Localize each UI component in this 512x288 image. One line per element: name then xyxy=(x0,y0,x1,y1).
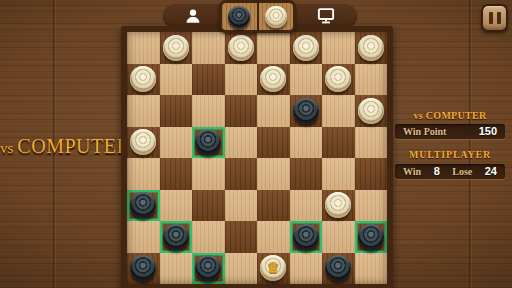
square-r2c1[interactable] xyxy=(160,95,193,127)
square-r2c5[interactable] xyxy=(290,95,323,127)
black-piece[interactable] xyxy=(130,255,156,281)
black-piece[interactable] xyxy=(358,224,384,250)
square-r0c5[interactable] xyxy=(290,32,323,64)
square-r6c3[interactable] xyxy=(225,221,258,253)
stats-panel: vs COMPUTER Win Point 150 MULTIPLAYER Wi… xyxy=(395,110,505,179)
square-r0c1[interactable] xyxy=(160,32,193,64)
game-screen: vs COMPUTER ♛ vs COMPUTER Win Point 150 … xyxy=(0,0,512,288)
white-piece[interactable] xyxy=(358,35,384,61)
square-r6c0 xyxy=(127,221,160,253)
square-r3c0[interactable] xyxy=(127,127,160,159)
person-icon xyxy=(184,7,202,25)
square-r6c5[interactable] xyxy=(290,221,323,253)
white-piece[interactable] xyxy=(130,129,156,155)
square-r2c0 xyxy=(127,95,160,127)
pause-button[interactable] xyxy=(481,4,508,32)
win-point-bar: Win Point 150 xyxy=(395,124,505,139)
black-piece[interactable] xyxy=(163,224,189,250)
square-r7c6[interactable] xyxy=(322,253,355,285)
square-r6c6 xyxy=(322,221,355,253)
white-piece[interactable] xyxy=(293,35,319,61)
vs-computer-title: vs COMPUTER xyxy=(395,110,505,122)
square-r3c6[interactable] xyxy=(322,127,355,159)
square-r4c2 xyxy=(192,158,225,190)
square-r7c4[interactable]: ♛ xyxy=(257,253,290,285)
square-r3c7 xyxy=(355,127,388,159)
square-r2c4 xyxy=(257,95,290,127)
square-r1c4[interactable] xyxy=(257,64,290,96)
monitor-icon xyxy=(316,6,336,25)
square-r5c1 xyxy=(160,190,193,222)
square-r7c2[interactable] xyxy=(192,253,225,285)
square-r1c2[interactable] xyxy=(192,64,225,96)
square-r2c7[interactable] xyxy=(355,95,388,127)
square-r0c2 xyxy=(192,32,225,64)
lose-value: 24 xyxy=(485,164,497,179)
square-r3c1 xyxy=(160,127,193,159)
square-r7c7 xyxy=(355,253,388,285)
white-piece[interactable] xyxy=(325,192,351,218)
square-r1c0[interactable] xyxy=(127,64,160,96)
square-r6c7[interactable] xyxy=(355,221,388,253)
square-r5c7 xyxy=(355,190,388,222)
square-r5c4[interactable] xyxy=(257,190,290,222)
square-r6c1[interactable] xyxy=(160,221,193,253)
square-r2c6 xyxy=(322,95,355,127)
square-r0c4 xyxy=(257,32,290,64)
square-r2c2 xyxy=(192,95,225,127)
square-r5c3 xyxy=(225,190,258,222)
white-piece xyxy=(265,6,287,28)
king-crown-icon: ♛ xyxy=(260,255,286,281)
square-r7c3 xyxy=(225,253,258,285)
square-r4c5[interactable] xyxy=(290,158,323,190)
white-piece[interactable] xyxy=(358,98,384,124)
square-r4c4 xyxy=(257,158,290,190)
board-grid: ♛ xyxy=(127,32,387,284)
turn-piece-panel xyxy=(219,0,296,33)
win-label: Win xyxy=(403,164,421,179)
turn-piece-white xyxy=(257,3,294,30)
white-piece[interactable] xyxy=(228,35,254,61)
turn-piece-black xyxy=(222,3,257,30)
square-r5c0[interactable] xyxy=(127,190,160,222)
square-r1c7 xyxy=(355,64,388,96)
checkers-board: ♛ xyxy=(121,26,393,288)
square-r4c3[interactable] xyxy=(225,158,258,190)
square-r0c3[interactable] xyxy=(225,32,258,64)
square-r3c4[interactable] xyxy=(257,127,290,159)
square-r1c6[interactable] xyxy=(322,64,355,96)
white-king[interactable]: ♛ xyxy=(260,255,286,281)
square-r7c0[interactable] xyxy=(127,253,160,285)
square-r6c4 xyxy=(257,221,290,253)
black-piece xyxy=(228,6,250,28)
win-point-label: Win Point xyxy=(403,124,446,139)
white-piece[interactable] xyxy=(163,35,189,61)
square-r1c3 xyxy=(225,64,258,96)
black-piece[interactable] xyxy=(195,255,221,281)
black-piece[interactable] xyxy=(195,129,221,155)
square-r4c7[interactable] xyxy=(355,158,388,190)
square-r4c6 xyxy=(322,158,355,190)
square-r0c0 xyxy=(127,32,160,64)
black-piece[interactable] xyxy=(293,98,319,124)
square-r1c5 xyxy=(290,64,323,96)
square-r6c2 xyxy=(192,221,225,253)
win-value: 8 xyxy=(434,164,440,179)
lose-label: Lose xyxy=(452,164,472,179)
white-piece[interactable] xyxy=(130,66,156,92)
mode-label-main: COMPUTER xyxy=(17,135,130,157)
black-piece[interactable] xyxy=(130,192,156,218)
white-piece[interactable] xyxy=(325,66,351,92)
square-r3c5 xyxy=(290,127,323,159)
square-r3c3 xyxy=(225,127,258,159)
mode-label: vs COMPUTER xyxy=(0,135,124,158)
square-r2c3[interactable] xyxy=(225,95,258,127)
square-r7c1 xyxy=(160,253,193,285)
black-piece[interactable] xyxy=(293,224,319,250)
multiplayer-record-bar: Win 8 Lose 24 xyxy=(395,164,505,179)
pause-icon xyxy=(489,12,501,24)
mode-label-prefix: vs xyxy=(0,140,13,156)
square-r3c2[interactable] xyxy=(192,127,225,159)
square-r5c5 xyxy=(290,190,323,222)
square-r4c1[interactable] xyxy=(160,158,193,190)
win-point-value: 150 xyxy=(479,124,497,139)
white-piece[interactable] xyxy=(260,66,286,92)
multiplayer-title: MULTIPLAYER xyxy=(395,149,505,161)
square-r0c7[interactable] xyxy=(355,32,388,64)
square-r0c6 xyxy=(322,32,355,64)
square-r5c6[interactable] xyxy=(322,190,355,222)
square-r1c1 xyxy=(160,64,193,96)
black-piece[interactable] xyxy=(325,255,351,281)
square-r4c0 xyxy=(127,158,160,190)
square-r5c2[interactable] xyxy=(192,190,225,222)
square-r7c5 xyxy=(290,253,323,285)
